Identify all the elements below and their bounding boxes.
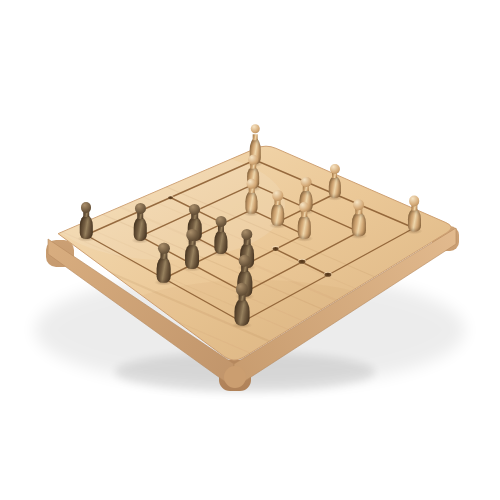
- peg-head: [301, 177, 311, 187]
- peg-head: [158, 242, 170, 254]
- product-photo-scene: [0, 0, 500, 500]
- peg-head: [239, 255, 251, 267]
- peg-head: [135, 203, 146, 214]
- board-corner-round: [224, 366, 246, 388]
- peg-body: [297, 215, 310, 239]
- peg-light-d5[interactable]: [271, 190, 284, 226]
- peg-dark-g1[interactable]: [234, 283, 249, 326]
- peg-body: [79, 215, 92, 239]
- peg-head: [250, 124, 259, 133]
- peg-head: [81, 202, 92, 213]
- peg-head: [187, 229, 198, 240]
- peg-head: [236, 283, 249, 296]
- peg-light-f6[interactable]: [352, 199, 365, 236]
- peg-body: [234, 298, 249, 326]
- peg-body: [157, 257, 171, 283]
- peg-body: [245, 191, 258, 213]
- peg-body: [271, 203, 284, 226]
- peg-head: [409, 196, 420, 207]
- peg-light-c5[interactable]: [245, 179, 258, 214]
- peg-head: [354, 199, 365, 210]
- peg-body: [134, 217, 147, 241]
- peg-light-g7[interactable]: [407, 196, 420, 232]
- peg-dark-b2[interactable]: [134, 203, 147, 240]
- peg-head: [248, 155, 258, 165]
- peg-head: [189, 204, 200, 215]
- peg-light-d7[interactable]: [328, 164, 340, 198]
- peg-dark-d1[interactable]: [157, 242, 171, 282]
- peg-head: [246, 179, 256, 189]
- dimple-hole: [272, 247, 279, 251]
- peg-body: [328, 176, 340, 198]
- peg-head: [272, 190, 283, 201]
- peg-head: [330, 164, 340, 174]
- dimple-hole: [168, 196, 174, 200]
- peg-body: [352, 212, 365, 236]
- peg-dark-a1[interactable]: [79, 202, 92, 239]
- peg-head: [241, 229, 252, 240]
- peg-dark-d3[interactable]: [214, 216, 228, 254]
- peg-head: [299, 202, 310, 213]
- peg-head: [215, 216, 226, 227]
- peg-neck: [252, 134, 257, 140]
- peg-body: [407, 209, 420, 232]
- peg-dark-d2[interactable]: [185, 229, 199, 268]
- peg-body: [185, 243, 199, 268]
- peg-light-e5[interactable]: [297, 202, 310, 239]
- peg-body: [214, 230, 228, 254]
